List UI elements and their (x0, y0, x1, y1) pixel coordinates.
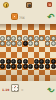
black-piece[interactable] (23, 64, 28, 69)
black-piece[interactable] (11, 59, 16, 64)
white-piece[interactable] (45, 36, 50, 41)
white-piece[interactable] (51, 41, 56, 46)
white-piece[interactable] (17, 36, 22, 41)
equals-text: = (21, 88, 24, 92)
black-piece[interactable] (39, 59, 44, 64)
black-piece[interactable] (17, 59, 22, 64)
black-piece[interactable] (6, 64, 11, 69)
white-piece[interactable] (28, 41, 33, 46)
black-piece[interactable] (28, 64, 33, 69)
white-piece[interactable] (23, 36, 28, 41)
black-piece[interactable] (23, 41, 28, 46)
black-piece[interactable] (0, 64, 5, 69)
black-piece[interactable] (45, 59, 50, 64)
black-piece[interactable] (6, 59, 11, 64)
white-piece[interactable] (0, 36, 5, 41)
square-r10c10[interactable] (50, 75, 56, 81)
redo-icon[interactable]: ↶ (47, 85, 55, 93)
white-piece[interactable] (34, 41, 39, 46)
white-piece[interactable] (39, 36, 44, 41)
app-screen: 756 ↶ 1.19 = ↶ (0, 0, 56, 100)
white-piece[interactable] (34, 36, 39, 41)
black-piece[interactable] (23, 59, 28, 64)
white-piece[interactable] (45, 41, 50, 46)
score-label: 756 (19, 16, 25, 20)
white-piece[interactable] (11, 41, 16, 46)
white-piece[interactable] (11, 36, 16, 41)
white-piece[interactable] (6, 36, 11, 41)
black-piece[interactable] (0, 59, 5, 64)
piece-theme-icon[interactable] (26, 2, 32, 8)
counter-tile-icon[interactable] (11, 84, 19, 92)
undo-icon[interactable]: ↶ (47, 13, 55, 21)
coin-slot-mark (6, 4, 7, 7)
black-piece[interactable] (51, 59, 56, 64)
black-piece[interactable] (51, 64, 56, 69)
board[interactable] (0, 24, 56, 81)
version-text: 1.19 (2, 88, 9, 92)
white-piece[interactable] (28, 36, 33, 41)
black-piece[interactable] (17, 64, 22, 69)
black-piece[interactable] (45, 64, 50, 69)
white-piece[interactable] (0, 41, 5, 46)
coin-icon[interactable] (3, 2, 9, 8)
black-piece-mini-icon (28, 4, 31, 7)
black-piece[interactable] (39, 64, 44, 69)
dice-icon[interactable] (11, 13, 18, 20)
black-piece[interactable] (11, 64, 16, 69)
black-piece[interactable] (34, 64, 39, 69)
menu-icon[interactable] (47, 2, 52, 7)
white-piece[interactable] (17, 41, 22, 46)
white-piece[interactable] (6, 41, 11, 46)
black-piece[interactable] (34, 59, 39, 64)
white-piece[interactable] (51, 36, 56, 41)
